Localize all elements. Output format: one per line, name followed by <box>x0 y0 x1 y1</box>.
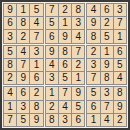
box-1-1: 987462351 <box>45 45 86 86</box>
cell-r3c2[interactable]: 2 <box>17 30 29 42</box>
cell-r8c6[interactable]: 5 <box>72 101 84 113</box>
cell-r3c9[interactable]: 1 <box>114 30 126 42</box>
cell-r1c8[interactable]: 6 <box>101 4 113 16</box>
cell-r3c7[interactable]: 8 <box>87 30 99 42</box>
cell-r3c6[interactable]: 4 <box>72 30 84 42</box>
cell-r5c6[interactable]: 2 <box>72 59 84 71</box>
cell-r7c2[interactable]: 6 <box>17 87 29 99</box>
cell-r2c7[interactable]: 9 <box>87 17 99 29</box>
cell-r4c1[interactable]: 5 <box>4 46 16 58</box>
cell-r8c2[interactable]: 3 <box>17 101 29 113</box>
cell-r5c3[interactable]: 1 <box>30 59 42 71</box>
cell-r8c1[interactable]: 1 <box>4 101 16 113</box>
cell-r1c1[interactable]: 9 <box>4 4 16 16</box>
cell-r7c9[interactable]: 8 <box>114 87 126 99</box>
cell-r7c7[interactable]: 5 <box>87 87 99 99</box>
cell-r3c4[interactable]: 6 <box>46 30 58 42</box>
cell-r2c4[interactable]: 5 <box>46 17 58 29</box>
cell-r4c6[interactable]: 7 <box>72 46 84 58</box>
cell-r9c6[interactable]: 6 <box>72 114 84 126</box>
cell-r7c3[interactable]: 2 <box>30 87 42 99</box>
cell-r3c5[interactable]: 9 <box>59 30 71 42</box>
cell-r6c4[interactable]: 3 <box>46 72 58 84</box>
box-1-0: 543871296 <box>3 45 44 86</box>
cell-r2c3[interactable]: 4 <box>30 17 42 29</box>
cell-r8c8[interactable]: 7 <box>101 101 113 113</box>
cell-r5c9[interactable]: 5 <box>114 59 126 71</box>
cell-r1c3[interactable]: 5 <box>30 4 42 16</box>
cell-r9c7[interactable]: 1 <box>87 114 99 126</box>
cell-r9c8[interactable]: 4 <box>101 114 113 126</box>
cell-r7c4[interactable]: 1 <box>46 87 58 99</box>
cell-r4c5[interactable]: 8 <box>59 46 71 58</box>
cell-r4c3[interactable]: 3 <box>30 46 42 58</box>
cell-r8c9[interactable]: 9 <box>114 101 126 113</box>
cell-r1c6[interactable]: 8 <box>72 4 84 16</box>
box-0-0: 915684327 <box>3 3 44 44</box>
cell-r9c4[interactable]: 8 <box>46 114 58 126</box>
cell-r4c9[interactable]: 6 <box>114 46 126 58</box>
cell-r9c9[interactable]: 2 <box>114 114 126 126</box>
cell-r8c4[interactable]: 2 <box>46 101 58 113</box>
cell-r9c5[interactable]: 3 <box>59 114 71 126</box>
cell-r1c5[interactable]: 2 <box>59 4 71 16</box>
cell-r1c7[interactable]: 4 <box>87 4 99 16</box>
box-2-0: 462138759 <box>3 86 44 127</box>
cell-r1c2[interactable]: 1 <box>17 4 29 16</box>
cell-r6c8[interactable]: 8 <box>101 72 113 84</box>
box-2-1: 179245836 <box>45 86 86 127</box>
cell-r9c3[interactable]: 9 <box>30 114 42 126</box>
cell-r5c7[interactable]: 3 <box>87 59 99 71</box>
box-0-1: 728513694 <box>45 3 86 44</box>
cell-r6c7[interactable]: 7 <box>87 72 99 84</box>
cell-r8c7[interactable]: 6 <box>87 101 99 113</box>
cell-r2c1[interactable]: 6 <box>4 17 16 29</box>
box-2-2: 538679142 <box>86 86 127 127</box>
cell-r4c4[interactable]: 9 <box>46 46 58 58</box>
cell-r2c9[interactable]: 7 <box>114 17 126 29</box>
cell-r6c2[interactable]: 9 <box>17 72 29 84</box>
cell-r5c8[interactable]: 9 <box>101 59 113 71</box>
cell-r2c5[interactable]: 1 <box>59 17 71 29</box>
cell-r9c2[interactable]: 5 <box>17 114 29 126</box>
cell-r5c2[interactable]: 7 <box>17 59 29 71</box>
cell-r5c4[interactable]: 4 <box>46 59 58 71</box>
cell-r1c9[interactable]: 3 <box>114 4 126 16</box>
cell-r2c2[interactable]: 8 <box>17 17 29 29</box>
cell-r2c8[interactable]: 2 <box>101 17 113 29</box>
cell-r5c1[interactable]: 8 <box>4 59 16 71</box>
cell-r4c8[interactable]: 1 <box>101 46 113 58</box>
cell-r4c7[interactable]: 2 <box>87 46 99 58</box>
cell-r1c4[interactable]: 7 <box>46 4 58 16</box>
box-0-2: 463927851 <box>86 3 127 44</box>
cell-r6c3[interactable]: 6 <box>30 72 42 84</box>
cell-r2c6[interactable]: 3 <box>72 17 84 29</box>
cell-r8c3[interactable]: 8 <box>30 101 42 113</box>
cell-r7c1[interactable]: 4 <box>4 87 16 99</box>
cell-r6c6[interactable]: 1 <box>72 72 84 84</box>
sudoku-board: 9156843277285136944639278515438712969874… <box>0 0 130 130</box>
cell-r3c3[interactable]: 7 <box>30 30 42 42</box>
cell-r6c5[interactable]: 5 <box>59 72 71 84</box>
cell-r4c2[interactable]: 4 <box>17 46 29 58</box>
cell-r6c1[interactable]: 2 <box>4 72 16 84</box>
cell-r3c1[interactable]: 3 <box>4 30 16 42</box>
box-1-2: 216395784 <box>86 45 127 86</box>
cell-r3c8[interactable]: 5 <box>101 30 113 42</box>
cell-r7c5[interactable]: 7 <box>59 87 71 99</box>
cell-r8c5[interactable]: 4 <box>59 101 71 113</box>
cell-r7c8[interactable]: 3 <box>101 87 113 99</box>
cell-r5c5[interactable]: 6 <box>59 59 71 71</box>
cell-r6c9[interactable]: 4 <box>114 72 126 84</box>
cell-r7c6[interactable]: 9 <box>72 87 84 99</box>
cell-r9c1[interactable]: 7 <box>4 114 16 126</box>
